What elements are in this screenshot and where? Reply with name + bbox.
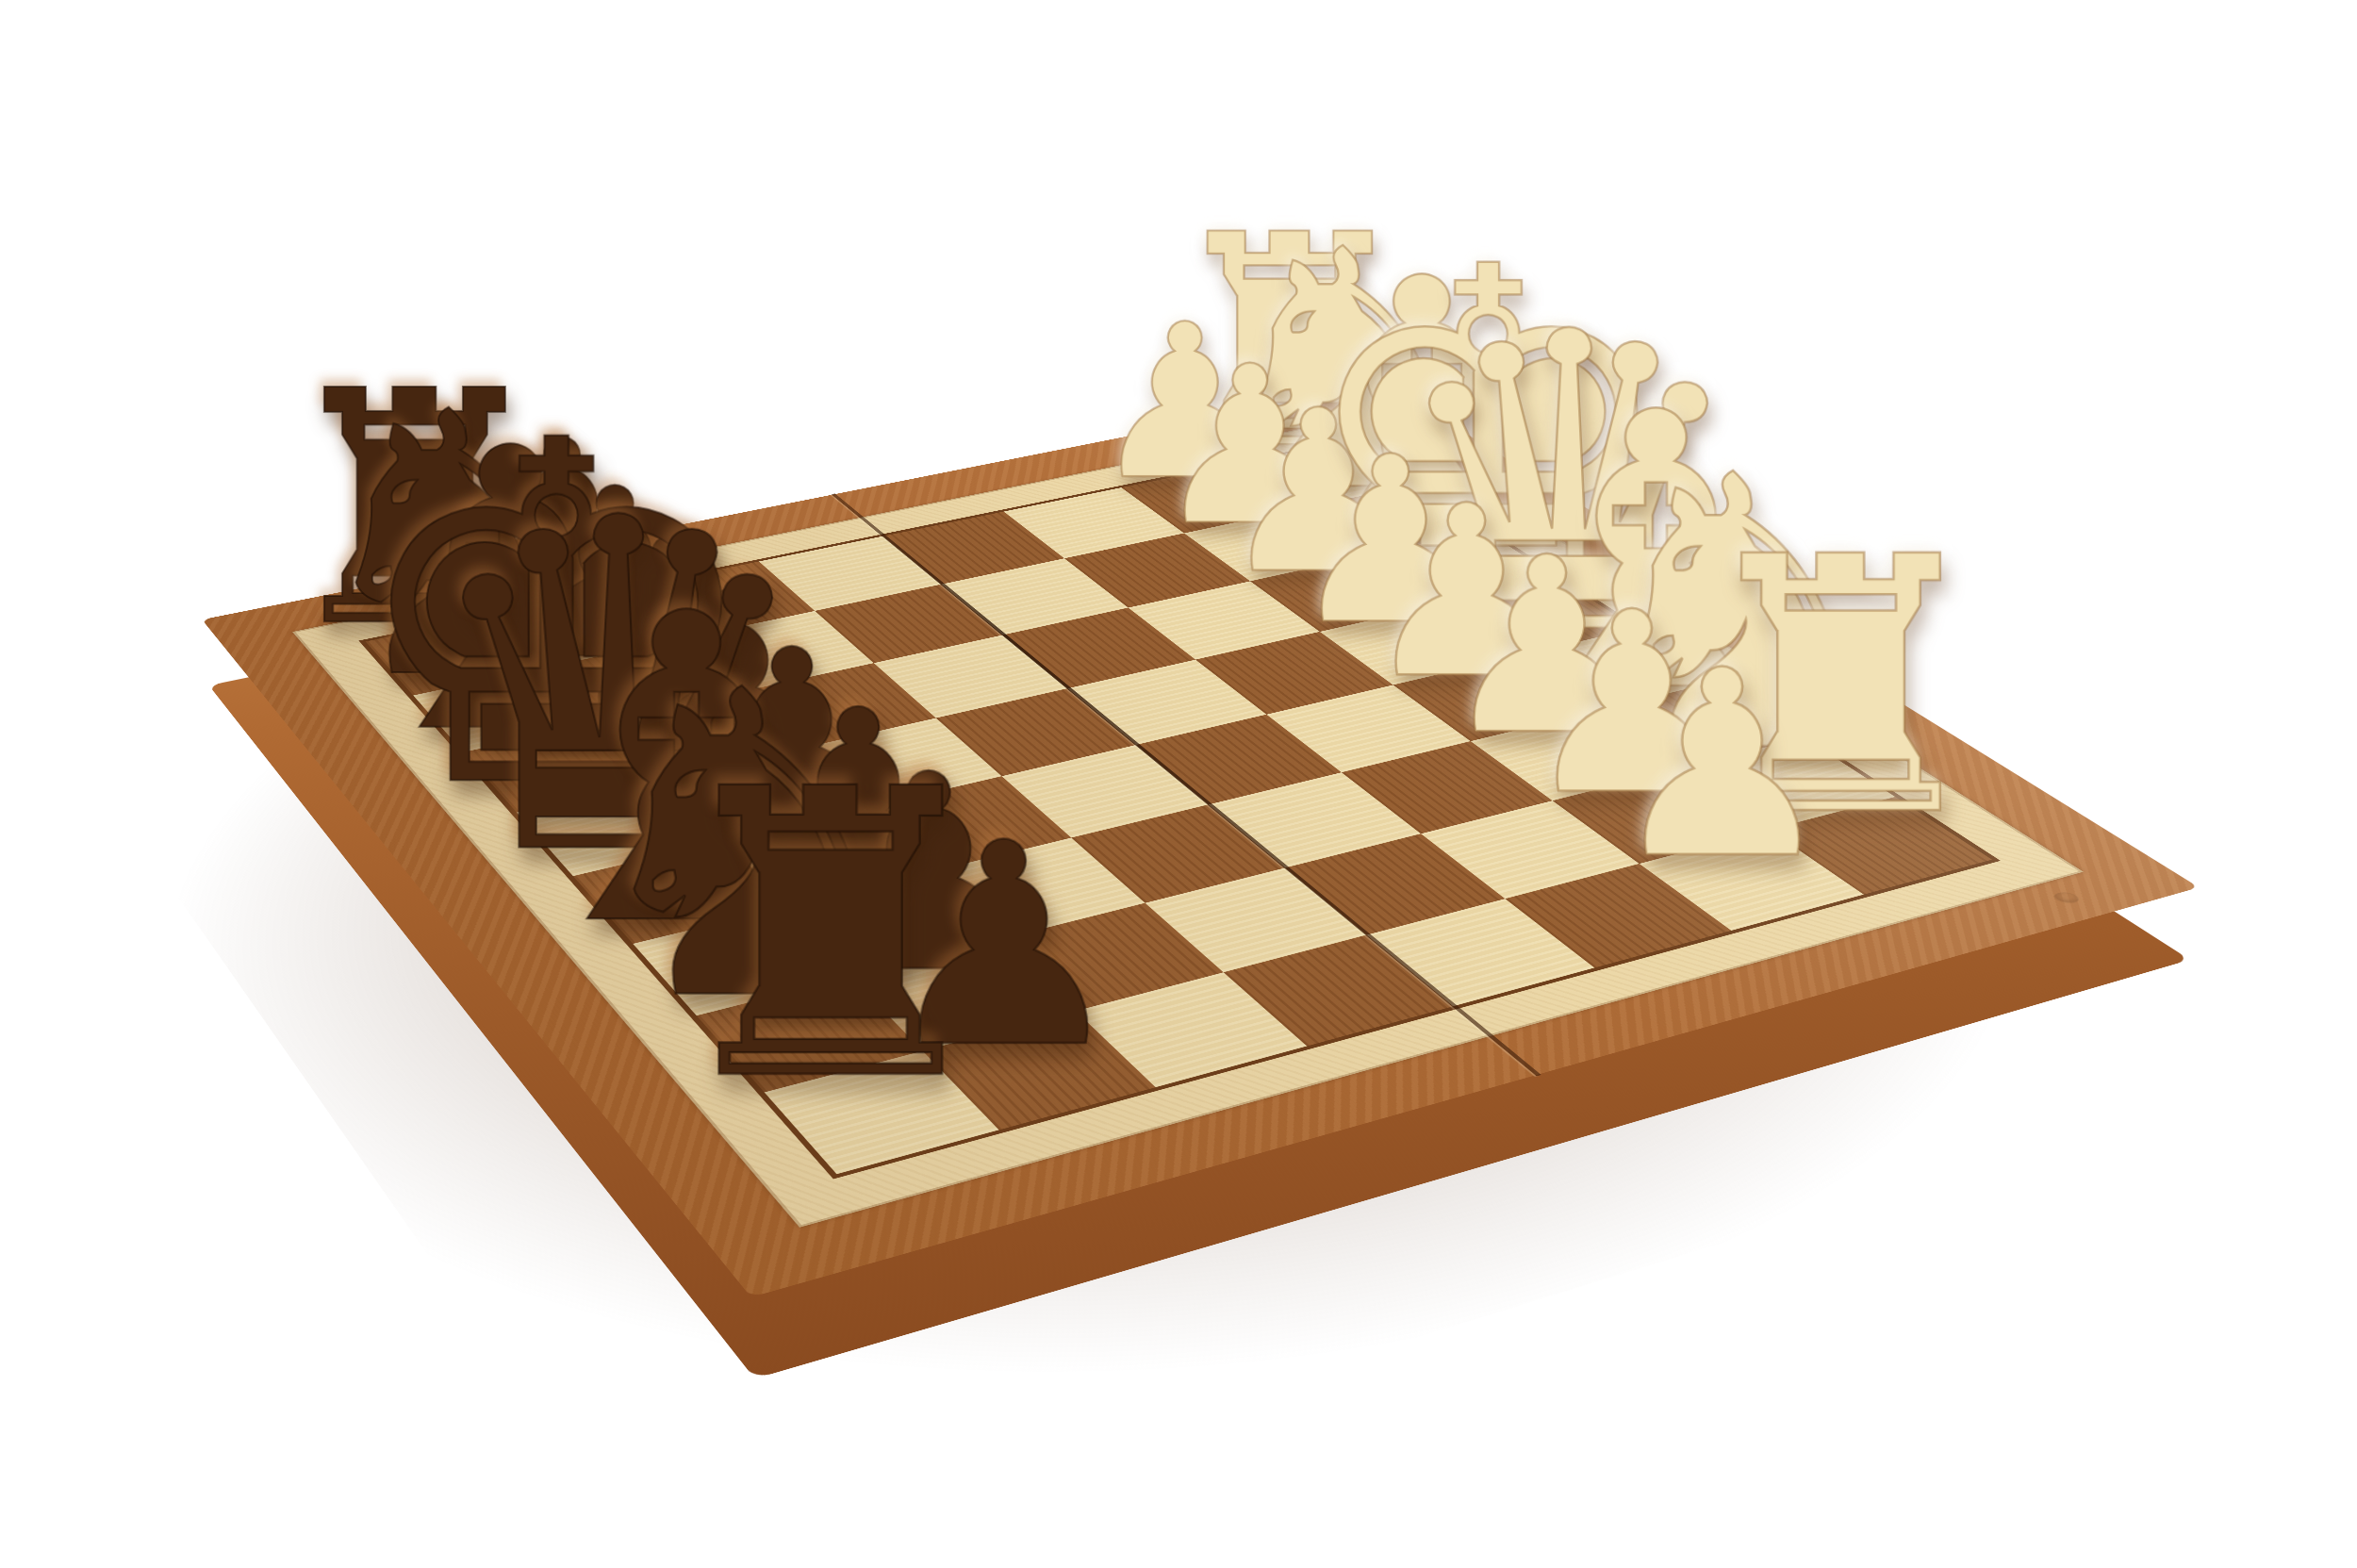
piece-white-pawn-a2[interactable]: ♟ [1449, 630, 1993, 887]
piece-black-rook-a8[interactable]: ♜ [529, 728, 1132, 1124]
black-rook-glyph: ♜ [652, 748, 1008, 1124]
photo-scene: ♜♟♞♟♝♟♚♟♟♜♛♟♟♞♝♟♟♝♞♟♟♚♜♟♟♛♟♝♟♞♟♜ [0, 0, 2357, 1568]
white-pawn-glyph: ♟ [1607, 643, 1837, 887]
